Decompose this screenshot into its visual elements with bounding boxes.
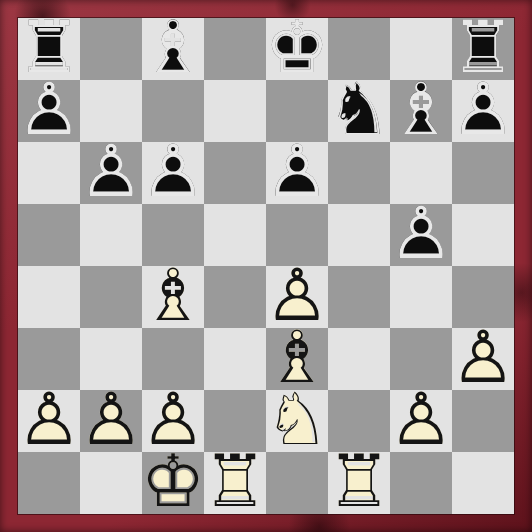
square-d8[interactable] [204,18,266,80]
piece-fill-glyph: ♟ [451,321,516,393]
piece-outline-glyph: ♔ [141,445,206,517]
square-b1[interactable] [80,452,142,514]
black-pawn[interactable]: ♟♙ [390,204,452,266]
square-f4[interactable] [328,266,390,328]
black-rook[interactable]: ♜♖ [452,18,514,80]
square-b2[interactable]: ♟♙ [80,390,142,452]
square-h5[interactable] [452,204,514,266]
square-b6[interactable]: ♟♙ [80,142,142,204]
square-e7[interactable] [266,80,328,142]
piece-fill-glyph: ♚ [141,445,206,517]
square-e2[interactable]: ♞♘ [266,390,328,452]
piece-fill-glyph: ♟ [17,73,82,145]
square-f8[interactable] [328,18,390,80]
black-king[interactable]: ♚♔ [266,18,328,80]
piece-fill-glyph: ♝ [141,259,206,331]
black-pawn[interactable]: ♟♙ [18,80,80,142]
white-king[interactable]: ♚♔ [142,452,204,514]
square-c3[interactable] [142,328,204,390]
square-h6[interactable] [452,142,514,204]
square-b3[interactable] [80,328,142,390]
square-a7[interactable]: ♟♙ [18,80,80,142]
square-g4[interactable] [390,266,452,328]
square-c6[interactable]: ♟♙ [142,142,204,204]
square-e5[interactable] [266,204,328,266]
piece-fill-glyph: ♟ [79,383,144,455]
piece-outline-glyph: ♙ [451,73,516,145]
square-e8[interactable]: ♚♔ [266,18,328,80]
square-b7[interactable] [80,80,142,142]
piece-outline-glyph: ♗ [265,321,330,393]
square-a8[interactable]: ♜♖ [18,18,80,80]
white-knight[interactable]: ♞♘ [266,390,328,452]
piece-outline-glyph: ♙ [17,73,82,145]
square-b8[interactable] [80,18,142,80]
piece-outline-glyph: ♖ [17,11,82,83]
black-rook[interactable]: ♜♖ [18,18,80,80]
piece-outline-glyph: ♙ [17,383,82,455]
square-a3[interactable] [18,328,80,390]
piece-fill-glyph: ♝ [141,11,206,83]
piece-fill-glyph: ♝ [265,321,330,393]
piece-outline-glyph: ♙ [389,197,454,269]
piece-outline-glyph: ♙ [265,135,330,207]
white-pawn[interactable]: ♟♙ [142,390,204,452]
piece-fill-glyph: ♚ [265,11,330,83]
black-pawn[interactable]: ♟♙ [452,80,514,142]
piece-outline-glyph: ♘ [265,383,330,455]
square-c5[interactable] [142,204,204,266]
white-pawn[interactable]: ♟♙ [80,390,142,452]
piece-fill-glyph: ♟ [17,383,82,455]
square-e6[interactable]: ♟♙ [266,142,328,204]
square-f7[interactable]: ♞♘ [328,80,390,142]
piece-fill-glyph: ♟ [389,383,454,455]
piece-fill-glyph: ♟ [79,135,144,207]
piece-fill-glyph: ♜ [17,11,82,83]
square-d3[interactable] [204,328,266,390]
piece-fill-glyph: ♜ [451,11,516,83]
square-d7[interactable] [204,80,266,142]
white-pawn[interactable]: ♟♙ [452,328,514,390]
square-d1[interactable]: ♜♖ [204,452,266,514]
square-h3[interactable]: ♟♙ [452,328,514,390]
square-g1[interactable] [390,452,452,514]
piece-fill-glyph: ♜ [203,445,268,517]
white-pawn[interactable]: ♟♙ [18,390,80,452]
square-h1[interactable] [452,452,514,514]
square-a6[interactable] [18,142,80,204]
piece-outline-glyph: ♙ [141,135,206,207]
piece-fill-glyph: ♞ [265,383,330,455]
piece-fill-glyph: ♟ [451,73,516,145]
board-frame: ♜♖♝♗♚♔♜♖♟♙♞♘♝♗♟♙♟♙♟♙♟♙♟♙♝♗♟♙♝♗♟♙♟♙♟♙♟♙♞♘… [0,0,532,532]
square-c2[interactable]: ♟♙ [142,390,204,452]
piece-outline-glyph: ♖ [451,11,516,83]
square-g3[interactable] [390,328,452,390]
piece-outline-glyph: ♗ [389,73,454,145]
piece-outline-glyph: ♖ [327,445,392,517]
black-pawn[interactable]: ♟♙ [80,142,142,204]
white-bishop[interactable]: ♝♗ [266,328,328,390]
square-b5[interactable] [80,204,142,266]
piece-outline-glyph: ♔ [265,11,330,83]
square-g8[interactable] [390,18,452,80]
piece-outline-glyph: ♙ [389,383,454,455]
piece-outline-glyph: ♗ [141,11,206,83]
piece-fill-glyph: ♟ [265,259,330,331]
black-knight[interactable]: ♞♘ [328,80,390,142]
black-pawn[interactable]: ♟♙ [142,142,204,204]
square-g7[interactable]: ♝♗ [390,80,452,142]
square-d2[interactable] [204,390,266,452]
square-g6[interactable] [390,142,452,204]
piece-fill-glyph: ♝ [389,73,454,145]
square-a4[interactable] [18,266,80,328]
square-d4[interactable] [204,266,266,328]
square-a1[interactable] [18,452,80,514]
piece-outline-glyph: ♙ [79,135,144,207]
square-f2[interactable] [328,390,390,452]
white-pawn[interactable]: ♟♙ [266,266,328,328]
square-g2[interactable]: ♟♙ [390,390,452,452]
piece-outline-glyph: ♙ [141,383,206,455]
white-rook[interactable]: ♜♖ [204,452,266,514]
piece-outline-glyph: ♙ [79,383,144,455]
square-f5[interactable] [328,204,390,266]
piece-outline-glyph: ♙ [265,259,330,331]
square-h2[interactable] [452,390,514,452]
square-b4[interactable] [80,266,142,328]
square-e1[interactable] [266,452,328,514]
white-bishop[interactable]: ♝♗ [142,266,204,328]
square-f6[interactable] [328,142,390,204]
piece-outline-glyph: ♙ [451,321,516,393]
square-a5[interactable] [18,204,80,266]
piece-fill-glyph: ♞ [327,73,392,145]
piece-outline-glyph: ♖ [203,445,268,517]
black-bishop[interactable]: ♝♗ [390,80,452,142]
chess-board: ♜♖♝♗♚♔♜♖♟♙♞♘♝♗♟♙♟♙♟♙♟♙♟♙♝♗♟♙♝♗♟♙♟♙♟♙♟♙♞♘… [18,18,514,514]
piece-fill-glyph: ♟ [265,135,330,207]
white-rook[interactable]: ♜♖ [328,452,390,514]
square-c8[interactable]: ♝♗ [142,18,204,80]
white-pawn[interactable]: ♟♙ [390,390,452,452]
square-d6[interactable] [204,142,266,204]
square-c1[interactable]: ♚♔ [142,452,204,514]
square-e3[interactable]: ♝♗ [266,328,328,390]
square-e4[interactable]: ♟♙ [266,266,328,328]
square-h8[interactable]: ♜♖ [452,18,514,80]
square-a2[interactable]: ♟♙ [18,390,80,452]
square-h4[interactable] [452,266,514,328]
square-g5[interactable]: ♟♙ [390,204,452,266]
black-bishop[interactable]: ♝♗ [142,18,204,80]
piece-outline-glyph: ♘ [327,73,392,145]
square-c7[interactable] [142,80,204,142]
square-h7[interactable]: ♟♙ [452,80,514,142]
square-f3[interactable] [328,328,390,390]
black-pawn[interactable]: ♟♙ [266,142,328,204]
square-d5[interactable] [204,204,266,266]
piece-fill-glyph: ♟ [389,197,454,269]
square-f1[interactable]: ♜♖ [328,452,390,514]
square-c4[interactable]: ♝♗ [142,266,204,328]
piece-outline-glyph: ♗ [141,259,206,331]
piece-fill-glyph: ♟ [141,383,206,455]
piece-fill-glyph: ♟ [141,135,206,207]
piece-fill-glyph: ♜ [327,445,392,517]
